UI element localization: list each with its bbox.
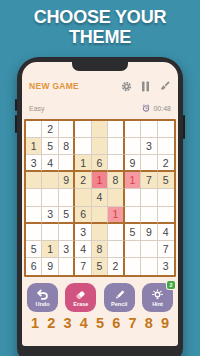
cell-r4c3[interactable]: 9 [59,172,75,189]
cell-r3c4[interactable]: 1 [75,155,91,172]
cell-r8c4[interactable]: 4 [75,241,91,258]
cell-r6c4[interactable]: 6 [75,207,91,224]
timer: 00:48 [142,104,171,113]
cell-r2c1[interactable]: 1 [26,138,42,155]
cell-r3c6[interactable] [108,155,124,172]
cell-r9c7[interactable] [125,258,141,275]
cell-r6c7[interactable] [125,207,141,224]
cell-r4c8[interactable]: 7 [141,172,157,189]
cell-r1c1[interactable] [26,121,42,138]
status-row: Easy 00:48 [22,104,178,113]
numpad-1[interactable]: 1 [31,314,39,332]
numpad-9[interactable]: 9 [161,314,169,332]
cell-r8c2[interactable]: 1 [42,241,58,258]
lightbulb-icon [151,288,164,301]
difficulty-label: Easy [29,105,142,112]
timer-value: 00:48 [153,105,171,112]
numpad-6[interactable]: 6 [112,314,120,332]
cell-r5c4[interactable] [75,189,91,206]
eraser-icon [74,288,87,301]
cell-r5c2[interactable] [42,189,58,206]
cell-r3c7[interactable]: 9 [125,155,141,172]
cell-r7c9[interactable]: 4 [158,224,174,241]
cell-r5c3[interactable] [59,189,75,206]
page-title-line2: THEME [0,27,200,47]
cell-r7c7[interactable]: 5 [125,224,141,241]
cell-r8c6[interactable] [108,241,124,258]
cell-r6c6[interactable]: 1 [108,207,124,224]
cell-r8c3[interactable]: 3 [59,241,75,258]
cell-r7c1[interactable] [26,224,42,241]
cell-r9c4[interactable]: 7 [75,258,91,275]
alarm-clock-icon [142,104,150,113]
toolbar: Undo Erase [22,283,178,312]
pencil-label: Pencil [111,301,127,307]
cell-r1c7[interactable] [125,121,141,138]
pencil-icon [113,288,126,301]
hint-badge: 2 [167,281,175,289]
cell-r4c1[interactable] [26,172,42,189]
app-header: NEW GAME [22,78,178,94]
cell-r3c2[interactable]: 4 [42,155,58,172]
cell-r1c6[interactable] [108,121,124,138]
cell-r1c5[interactable] [92,121,108,138]
cell-r2c4[interactable] [75,138,91,155]
cell-r5c7[interactable] [125,189,141,206]
cell-r9c6[interactable]: 2 [108,258,124,275]
cell-r3c1[interactable]: 3 [26,155,42,172]
hint-button[interactable]: 2 Hint [142,283,173,312]
pencil-button[interactable]: Pencil [104,283,135,312]
cell-r2c6[interactable] [108,138,124,155]
cell-r9c5[interactable]: 5 [92,258,108,275]
cell-r7c2[interactable] [42,224,58,241]
cell-r4c4[interactable]: 2 [75,172,91,189]
undo-button[interactable]: Undo [27,283,58,312]
cell-r2c7[interactable] [125,138,141,155]
numpad-8[interactable]: 8 [145,314,153,332]
cell-r2c5[interactable] [92,138,108,155]
phone-screen: NEW GAME [22,62,178,346]
phone-volume-button-2 [15,115,17,133]
numpad-4[interactable]: 4 [80,314,88,332]
undo-label: Undo [35,301,49,307]
cell-r2c9[interactable] [158,138,174,155]
sudoku-grid: 215833416929218175435613594513487697523 [26,121,174,275]
cell-r7c3[interactable] [59,224,75,241]
sudoku-board: 215833416929218175435613594513487697523 [24,119,176,277]
numpad-5[interactable]: 5 [96,314,104,332]
cell-r4c9[interactable]: 5 [158,172,174,189]
hint-label: Hint [152,301,163,307]
cell-r7c5[interactable] [92,224,108,241]
numpad-2[interactable]: 2 [47,314,55,332]
cell-r5c5[interactable]: 4 [92,189,108,206]
app-title: NEW GAME [29,81,121,91]
cell-r8c5[interactable]: 8 [92,241,108,258]
page-title-line1: CHOOSE YOUR [0,7,200,27]
cell-r7c4[interactable]: 3 [75,224,91,241]
cell-r6c8[interactable] [141,207,157,224]
cell-r2c2[interactable]: 5 [42,138,58,155]
erase-button[interactable]: Erase [65,283,96,312]
cell-r3c5[interactable]: 6 [92,155,108,172]
cell-r5c1[interactable] [26,189,42,206]
phone-mockup: NEW GAME [17,57,183,356]
erase-label: Erase [73,301,88,307]
cell-r6c5[interactable] [92,207,108,224]
cell-r7c6[interactable] [108,224,124,241]
cell-r3c3[interactable] [59,155,75,172]
cell-r2c3[interactable]: 8 [59,138,75,155]
phone-notch [72,62,128,71]
cell-r1c2[interactable]: 2 [42,121,58,138]
cell-r9c9[interactable]: 3 [158,258,174,275]
number-pad: 123456789 [22,314,178,332]
theme-brush-icon[interactable] [159,80,171,92]
cell-r6c9[interactable] [158,207,174,224]
cell-r6c2[interactable]: 3 [42,207,58,224]
cell-r2c8[interactable]: 3 [141,138,157,155]
numpad-7[interactable]: 7 [128,314,136,332]
cell-r4c7[interactable]: 1 [125,172,141,189]
cell-r8c8[interactable] [141,241,157,258]
page-title: CHOOSE YOUR THEME [0,7,200,47]
cell-r6c1[interactable] [26,207,42,224]
cell-r8c7[interactable] [125,241,141,258]
undo-arrow-icon [36,288,49,301]
phone-power-button [183,115,185,139]
cell-r9c1[interactable]: 6 [26,258,42,275]
cell-r1c8[interactable] [141,121,157,138]
settings-gear-icon[interactable] [121,81,132,92]
cell-r9c3[interactable] [59,258,75,275]
cell-r4c2[interactable] [42,172,58,189]
cell-r8c9[interactable]: 7 [158,241,174,258]
cell-r9c2[interactable]: 9 [42,258,58,275]
cell-r4c5[interactable]: 1 [92,172,108,189]
numpad-3[interactable]: 3 [63,314,71,332]
cell-r1c9[interactable] [158,121,174,138]
cell-r9c8[interactable] [141,258,157,275]
phone-volume-button [15,99,17,111]
cell-r6c3[interactable]: 5 [59,207,75,224]
cell-r4c6[interactable]: 8 [108,172,124,189]
cell-r3c9[interactable]: 2 [158,155,174,172]
pause-icon[interactable] [141,81,150,92]
cell-r7c8[interactable]: 9 [141,224,157,241]
cell-r1c4[interactable] [75,121,91,138]
cell-r8c1[interactable]: 5 [26,241,42,258]
cell-r5c6[interactable] [108,189,124,206]
cell-r5c9[interactable] [158,189,174,206]
cell-r5c8[interactable] [141,189,157,206]
cell-r3c8[interactable] [141,155,157,172]
cell-r1c3[interactable] [59,121,75,138]
